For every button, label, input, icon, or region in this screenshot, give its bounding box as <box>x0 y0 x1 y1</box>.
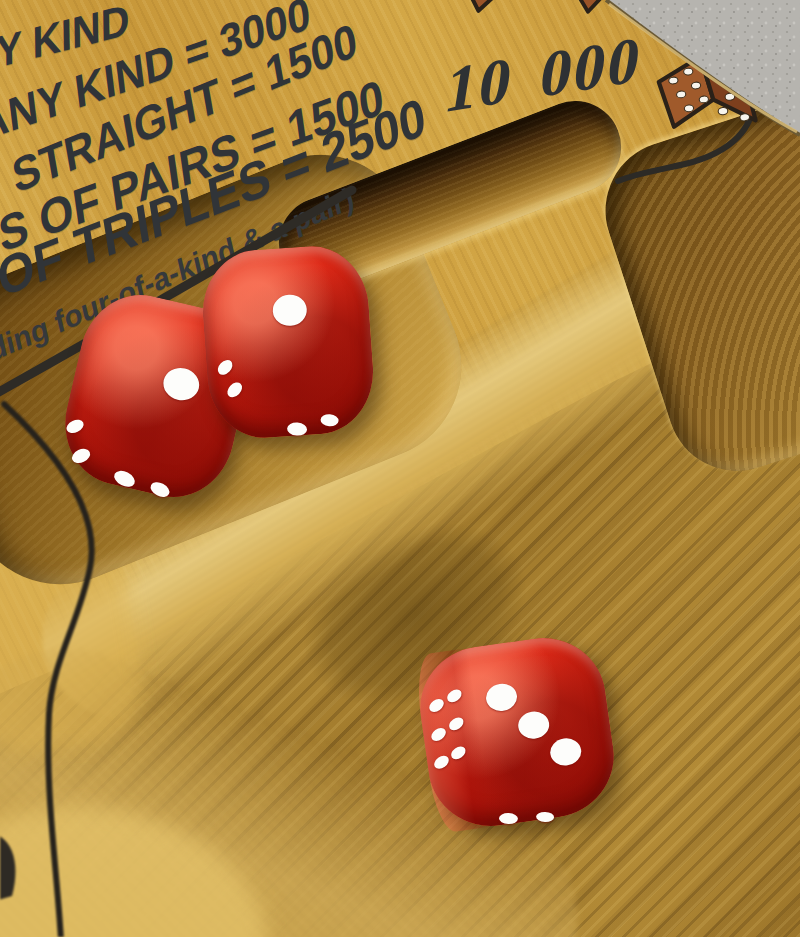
die-1-side-pip <box>65 417 86 435</box>
red-die-3[interactable] <box>412 630 621 834</box>
board-photo-scene: A KIND ANY KIND ANY KIND = 3000 STRAIGHT… <box>0 0 800 937</box>
painted-die-icon-right <box>646 43 762 140</box>
die-2-top-pip <box>271 294 307 327</box>
die-3-top-pip <box>484 681 518 712</box>
die-2-side-pip <box>215 357 235 378</box>
die-3-bottom-pip <box>499 813 518 825</box>
die-2-side-pip <box>225 379 245 400</box>
die-2-front-pip <box>287 422 308 436</box>
die-3-bottom-pip <box>536 811 554 822</box>
die-3-top-pip <box>516 710 550 741</box>
die-1-top-pip <box>160 365 202 404</box>
red-die-2[interactable] <box>199 242 378 441</box>
die-3-top-pip <box>548 736 582 767</box>
die-2-front-pip <box>320 414 339 427</box>
